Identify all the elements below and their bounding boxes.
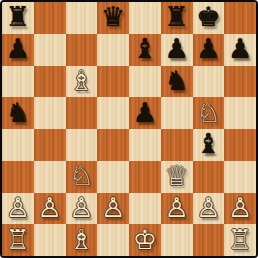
square-g2[interactable]: ♙ <box>193 193 225 225</box>
black-pawn-icon[interactable]: ♟ <box>228 35 252 62</box>
square-b7[interactable] <box>34 34 66 66</box>
square-e4[interactable] <box>129 129 161 161</box>
white-bishop-icon[interactable]: ♗ <box>69 67 93 94</box>
white-pawn-icon[interactable]: ♙ <box>38 194 62 221</box>
white-king-icon[interactable]: ♔ <box>133 226 157 253</box>
chess-board: ♜♛♜♚♟♝♟♟♟♗♞♞♟♘♝♘♕♙♙♙♙♙♙♙♖♗♔♖ <box>0 0 258 258</box>
black-pawn-icon[interactable]: ♟ <box>196 35 220 62</box>
square-h3[interactable] <box>224 161 256 193</box>
square-f3[interactable]: ♕ <box>161 161 193 193</box>
white-bishop-icon[interactable]: ♗ <box>69 226 93 253</box>
white-pawn-icon[interactable]: ♙ <box>196 194 220 221</box>
square-d7[interactable] <box>97 34 129 66</box>
square-a5[interactable]: ♞ <box>2 97 34 129</box>
white-queen-icon[interactable]: ♕ <box>165 162 189 189</box>
black-rook-icon[interactable]: ♜ <box>165 3 189 30</box>
black-knight-icon[interactable]: ♞ <box>6 99 30 126</box>
black-knight-icon[interactable]: ♞ <box>165 67 189 94</box>
square-e1[interactable]: ♔ <box>129 224 161 256</box>
square-d2[interactable]: ♙ <box>97 193 129 225</box>
square-g4[interactable]: ♝ <box>193 129 225 161</box>
square-a3[interactable] <box>2 161 34 193</box>
square-d4[interactable] <box>97 129 129 161</box>
white-pawn-icon[interactable]: ♙ <box>101 194 125 221</box>
white-pawn-icon[interactable]: ♙ <box>228 194 252 221</box>
square-a4[interactable] <box>2 129 34 161</box>
white-rook-icon[interactable]: ♖ <box>228 226 252 253</box>
square-d5[interactable] <box>97 97 129 129</box>
square-e3[interactable] <box>129 161 161 193</box>
square-d6[interactable] <box>97 66 129 98</box>
square-f7[interactable]: ♟ <box>161 34 193 66</box>
square-f4[interactable] <box>161 129 193 161</box>
black-pawn-icon[interactable]: ♟ <box>6 35 30 62</box>
square-h8[interactable] <box>224 2 256 34</box>
square-h5[interactable] <box>224 97 256 129</box>
square-f5[interactable] <box>161 97 193 129</box>
square-b4[interactable] <box>34 129 66 161</box>
white-pawn-icon[interactable]: ♙ <box>165 194 189 221</box>
square-c7[interactable] <box>66 34 98 66</box>
square-c1[interactable]: ♗ <box>66 224 98 256</box>
square-b8[interactable] <box>34 2 66 34</box>
square-g8[interactable]: ♚ <box>193 2 225 34</box>
square-h7[interactable]: ♟ <box>224 34 256 66</box>
square-a6[interactable] <box>2 66 34 98</box>
square-c2[interactable]: ♙ <box>66 193 98 225</box>
square-b1[interactable] <box>34 224 66 256</box>
square-c5[interactable] <box>66 97 98 129</box>
square-e5[interactable]: ♟ <box>129 97 161 129</box>
black-pawn-icon[interactable]: ♟ <box>133 99 157 126</box>
square-e6[interactable] <box>129 66 161 98</box>
square-d3[interactable] <box>97 161 129 193</box>
square-e8[interactable] <box>129 2 161 34</box>
square-h6[interactable] <box>224 66 256 98</box>
square-h4[interactable] <box>224 129 256 161</box>
black-bishop-icon[interactable]: ♝ <box>196 130 220 157</box>
square-h2[interactable]: ♙ <box>224 193 256 225</box>
square-g7[interactable]: ♟ <box>193 34 225 66</box>
square-e7[interactable]: ♝ <box>129 34 161 66</box>
square-b5[interactable] <box>34 97 66 129</box>
square-e2[interactable] <box>129 193 161 225</box>
square-b2[interactable]: ♙ <box>34 193 66 225</box>
square-f8[interactable]: ♜ <box>161 2 193 34</box>
square-h1[interactable]: ♖ <box>224 224 256 256</box>
square-c3[interactable]: ♘ <box>66 161 98 193</box>
square-c6[interactable]: ♗ <box>66 66 98 98</box>
square-f1[interactable] <box>161 224 193 256</box>
square-a8[interactable]: ♜ <box>2 2 34 34</box>
square-c8[interactable] <box>66 2 98 34</box>
square-f6[interactable]: ♞ <box>161 66 193 98</box>
white-knight-icon[interactable]: ♘ <box>196 99 220 126</box>
square-c4[interactable] <box>66 129 98 161</box>
square-d8[interactable]: ♛ <box>97 2 129 34</box>
square-f2[interactable]: ♙ <box>161 193 193 225</box>
square-g6[interactable] <box>193 66 225 98</box>
white-rook-icon[interactable]: ♖ <box>6 226 30 253</box>
white-pawn-icon[interactable]: ♙ <box>69 194 93 221</box>
black-pawn-icon[interactable]: ♟ <box>165 35 189 62</box>
square-a2[interactable]: ♙ <box>2 193 34 225</box>
black-bishop-icon[interactable]: ♝ <box>133 35 157 62</box>
black-rook-icon[interactable]: ♜ <box>6 3 30 30</box>
square-d1[interactable] <box>97 224 129 256</box>
square-b6[interactable] <box>34 66 66 98</box>
square-a1[interactable]: ♖ <box>2 224 34 256</box>
black-king-icon[interactable]: ♚ <box>196 3 220 30</box>
white-pawn-icon[interactable]: ♙ <box>6 194 30 221</box>
square-b3[interactable] <box>34 161 66 193</box>
square-a7[interactable]: ♟ <box>2 34 34 66</box>
square-g5[interactable]: ♘ <box>193 97 225 129</box>
square-g1[interactable] <box>193 224 225 256</box>
white-knight-icon[interactable]: ♘ <box>69 162 93 189</box>
black-queen-icon[interactable]: ♛ <box>101 3 125 30</box>
square-g3[interactable] <box>193 161 225 193</box>
